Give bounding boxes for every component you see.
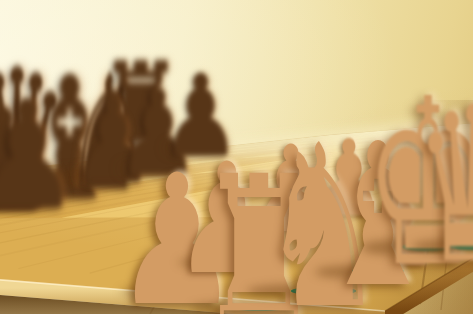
chessboard-photo: Wooden Staunton chess set at the startin… [0,0,473,314]
white-queen-d1[interactable]: ♛ [413,79,473,293]
black-pawn-d7[interactable]: ♟ [0,81,79,230]
pieces-layer: ♛♝♞♜♟♟♟♟♟♟♟♟♜♟♞♟♝♚♛ [0,0,473,314]
